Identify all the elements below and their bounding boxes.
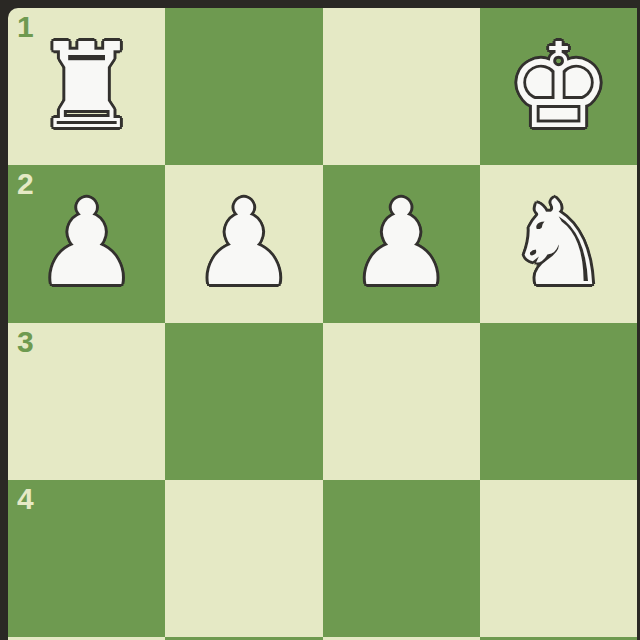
square-h2[interactable]: 2♟ <box>8 165 165 322</box>
square-e3[interactable] <box>480 323 637 480</box>
square-g1[interactable] <box>165 8 322 165</box>
white-pawn-g2[interactable]: ♟ <box>165 165 322 322</box>
square-f4[interactable] <box>323 480 480 637</box>
square-h3[interactable]: 3 <box>8 323 165 480</box>
white-pawn-f2[interactable]: ♟ <box>323 165 480 322</box>
square-f2[interactable]: ♟ <box>323 165 480 322</box>
square-f1[interactable] <box>323 8 480 165</box>
rank-label-3: 3 <box>17 325 34 358</box>
white-king-e1[interactable]: ♚ <box>480 8 637 165</box>
white-knight-e2[interactable]: ♞ <box>480 165 637 322</box>
square-e4[interactable] <box>480 480 637 637</box>
chess-board: 1♜♚2♟♟♟♞34 <box>8 8 637 640</box>
white-pawn-h2[interactable]: ♟ <box>8 165 165 322</box>
square-g3[interactable] <box>165 323 322 480</box>
rank-label-4: 4 <box>17 482 34 515</box>
square-h1[interactable]: 1♜ <box>8 8 165 165</box>
square-g4[interactable] <box>165 480 322 637</box>
square-g2[interactable]: ♟ <box>165 165 322 322</box>
white-rook-h1[interactable]: ♜ <box>8 8 165 165</box>
square-f3[interactable] <box>323 323 480 480</box>
square-h4[interactable]: 4 <box>8 480 165 637</box>
board-frame: 1♜♚2♟♟♟♞34 <box>0 0 640 640</box>
square-e2[interactable]: ♞ <box>480 165 637 322</box>
square-e1[interactable]: ♚ <box>480 8 637 165</box>
